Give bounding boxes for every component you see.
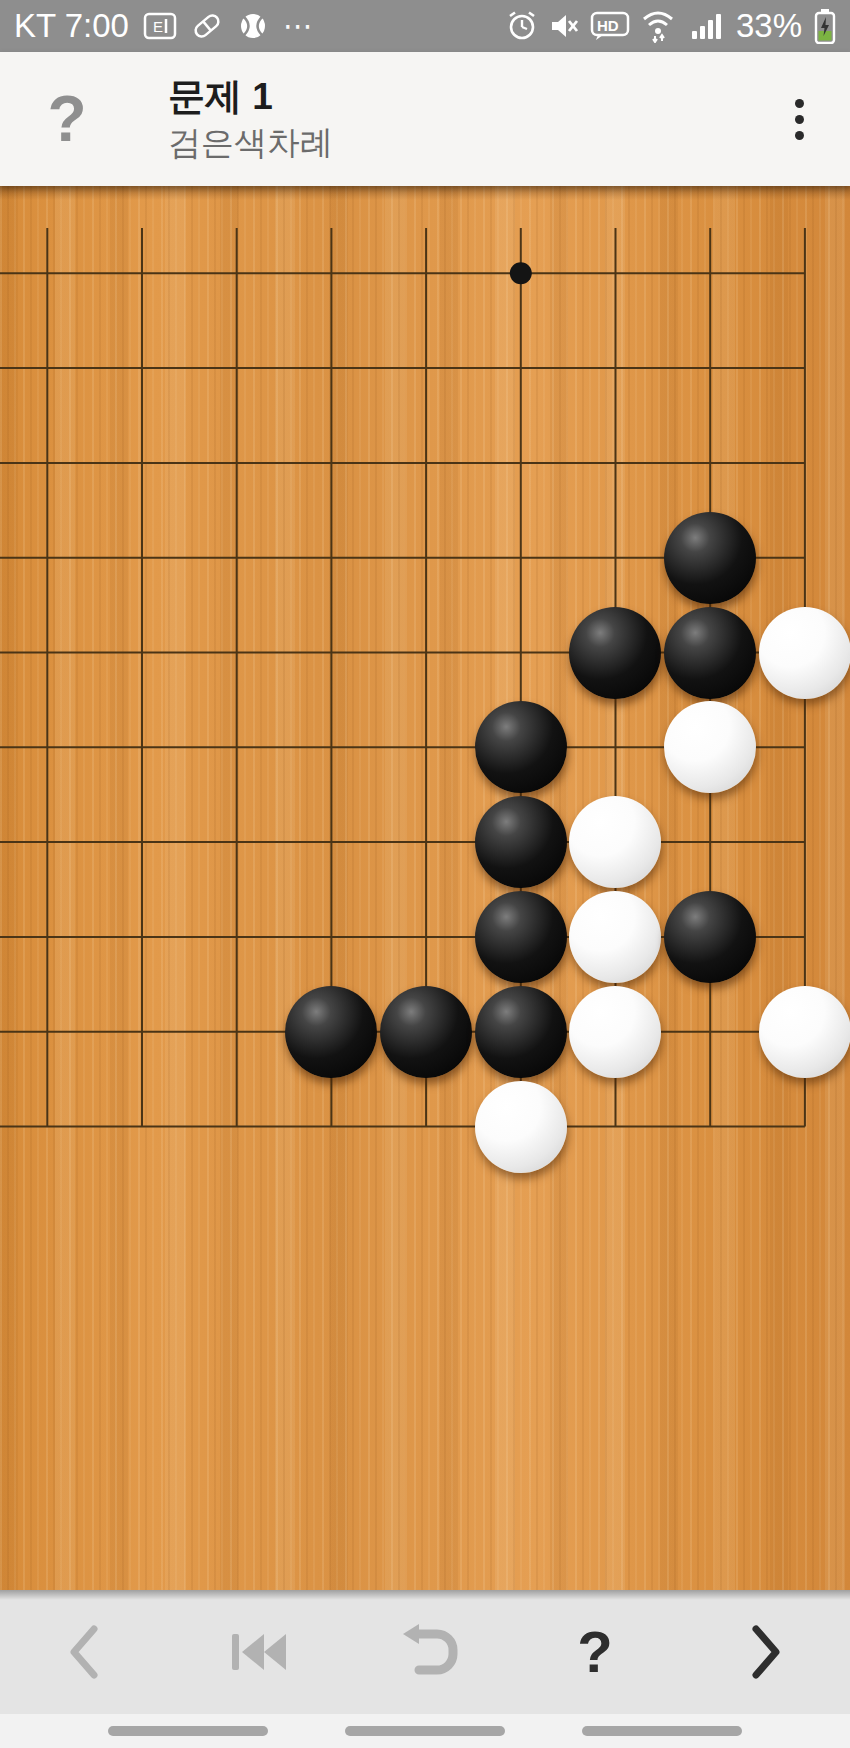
stone-white-R2 — [569, 986, 661, 1078]
battery-charging-icon — [814, 8, 836, 44]
stone-black-S6 — [664, 607, 756, 699]
ball-notification-icon — [237, 10, 269, 42]
svg-text:HD: HD — [597, 17, 619, 34]
nav-hint-bar — [345, 1726, 505, 1736]
kebab-menu-button[interactable] — [789, 93, 810, 146]
stone-layer — [0, 226, 850, 1174]
carrier-time: KT 7:00 — [14, 7, 129, 45]
pill-notification-icon — [191, 10, 223, 42]
status-right: HD 33% — [506, 7, 836, 45]
stone-black-P2 — [380, 986, 472, 1078]
stone-black-S3 — [664, 891, 756, 983]
bottom-toolbar: ? — [0, 1590, 850, 1714]
more-notifications-icon: ⋯ — [283, 11, 315, 41]
back-button[interactable] — [0, 1590, 170, 1714]
stone-white-R3 — [569, 891, 661, 983]
stone-white-S5 — [664, 701, 756, 793]
stone-black-O2 — [285, 986, 377, 1078]
stone-white-T2 — [759, 986, 850, 1078]
stone-black-S7 — [664, 512, 756, 604]
header: ? 문제 1 검은색차례 — [0, 52, 850, 186]
question-mark: ? — [577, 1623, 612, 1681]
stone-white-Q1 — [475, 1081, 567, 1173]
stone-white-R4 — [569, 796, 661, 888]
chevron-right-icon — [742, 1621, 788, 1683]
chevron-left-icon — [62, 1621, 108, 1683]
nav-hint-bar — [108, 1726, 268, 1736]
undo-icon — [389, 1621, 461, 1683]
alarm-icon — [506, 10, 538, 42]
mute-icon — [548, 10, 580, 42]
stone-black-Q3 — [475, 891, 567, 983]
turn-indicator: 검은색차례 — [168, 126, 333, 161]
hint-button[interactable]: ? — [510, 1590, 680, 1714]
stone-black-R6 — [569, 607, 661, 699]
nav-hint-bar — [582, 1726, 742, 1736]
ebook-notification-icon: E — [143, 11, 177, 41]
battery-percent: 33% — [736, 7, 802, 45]
stone-black-Q5 — [475, 701, 567, 793]
status-left: KT 7:00 E — [14, 7, 315, 45]
hd-voice-icon: HD — [590, 10, 630, 42]
go-board[interactable] — [0, 186, 850, 1590]
stone-white-T6 — [759, 607, 850, 699]
svg-text:E: E — [153, 18, 163, 35]
screen: KT 7:00 E — [0, 0, 850, 1748]
gesture-nav-bar — [0, 1714, 850, 1748]
undo-button[interactable] — [340, 1590, 510, 1714]
forward-button[interactable] — [680, 1590, 850, 1714]
page-title: 문제 1 — [168, 78, 333, 117]
wifi-icon — [640, 9, 680, 43]
stone-black-Q2 — [475, 986, 567, 1078]
status-bar: KT 7:00 E — [0, 0, 850, 52]
rewind-icon — [220, 1624, 290, 1680]
signal-icon — [690, 11, 724, 41]
rewind-button[interactable] — [170, 1590, 340, 1714]
title-block: 문제 1 검은색차례 — [168, 78, 333, 160]
help-button[interactable]: ? — [38, 87, 96, 151]
stone-black-Q4 — [475, 796, 567, 888]
